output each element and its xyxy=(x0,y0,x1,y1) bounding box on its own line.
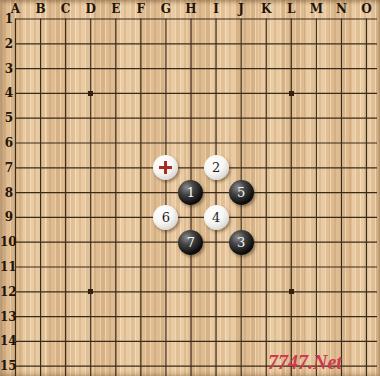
col-label-H: H xyxy=(183,3,199,15)
stone-number: 1 xyxy=(187,186,195,199)
stone-number: 5 xyxy=(237,186,245,199)
black-stone-J8[interactable]: 5 xyxy=(229,180,254,205)
col-label-G: G xyxy=(158,3,174,15)
row-label-10: 10 xyxy=(0,236,13,248)
col-label-F: F xyxy=(133,3,149,15)
col-label-E: E xyxy=(108,3,124,15)
black-stone-J10[interactable]: 3 xyxy=(229,230,254,255)
col-label-O: O xyxy=(358,3,374,15)
row-label-11: 11 xyxy=(0,261,13,273)
row-label-6: 6 xyxy=(0,137,13,149)
row-label-15: 15 xyxy=(0,360,13,372)
stone-number: 7 xyxy=(187,236,195,249)
go-board[interactable]: ABCDEFGHIJKLMNO 123456789101112131415 21… xyxy=(0,0,380,376)
row-label-9: 9 xyxy=(0,211,13,223)
row-label-4: 4 xyxy=(0,87,13,99)
row-label-8: 8 xyxy=(0,187,13,199)
col-label-K: K xyxy=(258,3,274,15)
row-label-1: 1 xyxy=(0,13,13,25)
col-label-B: B xyxy=(33,3,49,15)
stone-number: 2 xyxy=(212,161,220,174)
stone-number: 3 xyxy=(237,236,245,249)
col-label-M: M xyxy=(308,3,324,15)
col-label-D: D xyxy=(83,3,99,15)
row-label-12: 12 xyxy=(0,286,13,298)
white-stone-I7[interactable]: 2 xyxy=(204,155,229,180)
col-label-C: C xyxy=(58,3,74,15)
red-cross-marker-icon xyxy=(159,161,172,174)
star-point-D12 xyxy=(88,289,93,294)
stone-number: 4 xyxy=(212,211,220,224)
star-point-L12 xyxy=(289,289,294,294)
row-label-7: 7 xyxy=(0,162,13,174)
row-label-3: 3 xyxy=(0,63,13,75)
col-label-N: N xyxy=(333,3,349,15)
stone-number: 6 xyxy=(162,211,170,224)
watermark: 7747.Net xyxy=(268,351,342,374)
col-label-J: J xyxy=(233,3,249,15)
col-label-L: L xyxy=(283,3,299,15)
star-point-D4 xyxy=(88,91,93,96)
col-label-I: I xyxy=(208,3,224,15)
white-stone-I9[interactable]: 4 xyxy=(204,205,229,230)
row-label-2: 2 xyxy=(0,38,13,50)
row-label-5: 5 xyxy=(0,112,13,124)
row-label-13: 13 xyxy=(0,311,13,323)
star-point-L4 xyxy=(289,91,294,96)
row-label-14: 14 xyxy=(0,335,13,347)
